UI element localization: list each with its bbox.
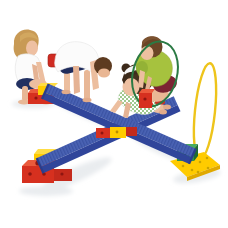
red-clamp-hole bbox=[143, 97, 146, 100]
leg bbox=[64, 72, 70, 92]
leg bbox=[84, 70, 90, 100]
shadow bbox=[19, 186, 73, 196]
red-block-hole bbox=[28, 172, 32, 176]
red-block-hole bbox=[60, 172, 63, 175]
red-block bbox=[126, 127, 137, 136]
bare-foot bbox=[163, 105, 171, 110]
arm bbox=[73, 66, 80, 94]
bare-foot bbox=[159, 110, 167, 115]
foot bbox=[83, 98, 92, 102]
face bbox=[26, 41, 38, 56]
shin bbox=[22, 86, 28, 101]
product-photo-balance-beam-set bbox=[0, 0, 228, 228]
face bbox=[98, 69, 110, 78]
yellow-block-hole bbox=[116, 131, 119, 134]
red-block-hole bbox=[101, 132, 104, 135]
red-block-hole bbox=[34, 96, 37, 99]
foot bbox=[62, 90, 71, 94]
face bbox=[141, 46, 154, 60]
